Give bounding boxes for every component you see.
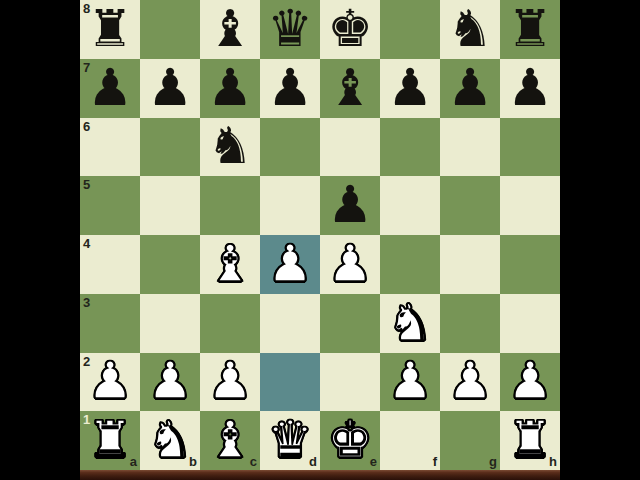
square-h7[interactable]: ♟: [500, 59, 560, 118]
square-f7[interactable]: ♟: [380, 59, 440, 118]
video-frame: 8♜♝♛♚♞♜7♟♟♟♟♝♟♟♟6♞5♟4♝♟♟3♞2♟♟♟♟♟♟1a♜b♞c♝…: [0, 0, 640, 480]
square-c7[interactable]: ♟: [200, 59, 260, 118]
square-c8[interactable]: ♝: [200, 0, 260, 59]
black-queen[interactable]: ♛: [267, 3, 313, 54]
square-h1[interactable]: h♜: [500, 411, 560, 470]
square-e3[interactable]: [320, 294, 380, 353]
square-f8[interactable]: [380, 0, 440, 59]
white-queen[interactable]: ♛: [267, 414, 313, 465]
letterbox-right: [560, 0, 640, 480]
black-pawn[interactable]: ♟: [207, 62, 253, 113]
rank-label-6: 6: [83, 120, 90, 133]
square-a8[interactable]: 8♜: [80, 0, 140, 59]
square-d1[interactable]: d♛: [260, 411, 320, 470]
square-e2[interactable]: [320, 353, 380, 412]
letterbox-left: [0, 0, 80, 480]
square-c3[interactable]: [200, 294, 260, 353]
square-a3[interactable]: 3: [80, 294, 140, 353]
square-h3[interactable]: [500, 294, 560, 353]
square-b8[interactable]: [140, 0, 200, 59]
white-king[interactable]: ♚: [327, 414, 373, 465]
square-a2[interactable]: 2♟: [80, 353, 140, 412]
square-c6[interactable]: ♞: [200, 118, 260, 177]
black-pawn[interactable]: ♟: [87, 62, 133, 113]
black-rook[interactable]: ♜: [87, 3, 133, 54]
square-d4[interactable]: ♟: [260, 235, 320, 294]
square-e1[interactable]: e♚: [320, 411, 380, 470]
square-g4[interactable]: [440, 235, 500, 294]
square-a7[interactable]: 7♟: [80, 59, 140, 118]
black-rook[interactable]: ♜: [507, 3, 553, 54]
square-h6[interactable]: [500, 118, 560, 177]
white-pawn[interactable]: ♟: [87, 355, 133, 406]
square-a4[interactable]: 4: [80, 235, 140, 294]
square-g8[interactable]: ♞: [440, 0, 500, 59]
square-h8[interactable]: ♜: [500, 0, 560, 59]
black-knight[interactable]: ♞: [447, 3, 493, 54]
square-c1[interactable]: c♝: [200, 411, 260, 470]
square-g5[interactable]: [440, 176, 500, 235]
square-d6[interactable]: [260, 118, 320, 177]
square-g6[interactable]: [440, 118, 500, 177]
square-f6[interactable]: [380, 118, 440, 177]
white-bishop[interactable]: ♝: [207, 414, 253, 465]
square-g7[interactable]: ♟: [440, 59, 500, 118]
square-d5[interactable]: [260, 176, 320, 235]
black-pawn[interactable]: ♟: [147, 62, 193, 113]
black-pawn[interactable]: ♟: [507, 62, 553, 113]
square-d2[interactable]: [260, 353, 320, 412]
rank-label-5: 5: [83, 178, 90, 191]
white-pawn[interactable]: ♟: [267, 238, 313, 289]
square-b7[interactable]: ♟: [140, 59, 200, 118]
square-c4[interactable]: ♝: [200, 235, 260, 294]
white-pawn[interactable]: ♟: [387, 355, 433, 406]
square-h2[interactable]: ♟: [500, 353, 560, 412]
black-pawn[interactable]: ♟: [447, 62, 493, 113]
white-pawn[interactable]: ♟: [447, 355, 493, 406]
square-b1[interactable]: b♞: [140, 411, 200, 470]
square-c5[interactable]: [200, 176, 260, 235]
black-pawn[interactable]: ♟: [267, 62, 313, 113]
square-f5[interactable]: [380, 176, 440, 235]
square-e7[interactable]: ♝: [320, 59, 380, 118]
black-knight[interactable]: ♞: [207, 120, 253, 171]
square-c2[interactable]: ♟: [200, 353, 260, 412]
square-g3[interactable]: [440, 294, 500, 353]
square-b2[interactable]: ♟: [140, 353, 200, 412]
white-knight[interactable]: ♞: [147, 414, 193, 465]
black-king[interactable]: ♚: [327, 3, 373, 54]
square-a5[interactable]: 5: [80, 176, 140, 235]
black-pawn[interactable]: ♟: [327, 179, 373, 230]
chess-board[interactable]: 8♜♝♛♚♞♜7♟♟♟♟♝♟♟♟6♞5♟4♝♟♟3♞2♟♟♟♟♟♟1a♜b♞c♝…: [80, 0, 560, 470]
square-h4[interactable]: [500, 235, 560, 294]
square-d7[interactable]: ♟: [260, 59, 320, 118]
black-pawn[interactable]: ♟: [387, 62, 433, 113]
black-bishop[interactable]: ♝: [207, 3, 253, 54]
square-e8[interactable]: ♚: [320, 0, 380, 59]
square-e4[interactable]: ♟: [320, 235, 380, 294]
file-label-g: g: [489, 455, 497, 468]
white-pawn[interactable]: ♟: [207, 355, 253, 406]
square-b4[interactable]: [140, 235, 200, 294]
black-bishop[interactable]: ♝: [327, 62, 373, 113]
white-pawn[interactable]: ♟: [147, 355, 193, 406]
rank-label-4: 4: [83, 237, 90, 250]
file-label-f: f: [433, 455, 437, 468]
square-g2[interactable]: ♟: [440, 353, 500, 412]
square-f2[interactable]: ♟: [380, 353, 440, 412]
square-f1[interactable]: f: [380, 411, 440, 470]
square-d3[interactable]: [260, 294, 320, 353]
square-e6[interactable]: [320, 118, 380, 177]
square-h5[interactable]: [500, 176, 560, 235]
white-rook[interactable]: ♜: [87, 414, 133, 465]
rank-label-3: 3: [83, 296, 90, 309]
white-rook[interactable]: ♜: [507, 414, 553, 465]
square-b6[interactable]: [140, 118, 200, 177]
white-bishop[interactable]: ♝: [207, 238, 253, 289]
white-knight[interactable]: ♞: [387, 297, 433, 348]
square-a1[interactable]: 1a♜: [80, 411, 140, 470]
white-pawn[interactable]: ♟: [327, 238, 373, 289]
board-bottom-edge: [80, 470, 560, 480]
square-b5[interactable]: [140, 176, 200, 235]
square-f4[interactable]: [380, 235, 440, 294]
square-d8[interactable]: ♛: [260, 0, 320, 59]
square-a6[interactable]: 6: [80, 118, 140, 177]
square-f3[interactable]: ♞: [380, 294, 440, 353]
square-b3[interactable]: [140, 294, 200, 353]
square-g1[interactable]: g: [440, 411, 500, 470]
white-pawn[interactable]: ♟: [507, 355, 553, 406]
square-e5[interactable]: ♟: [320, 176, 380, 235]
